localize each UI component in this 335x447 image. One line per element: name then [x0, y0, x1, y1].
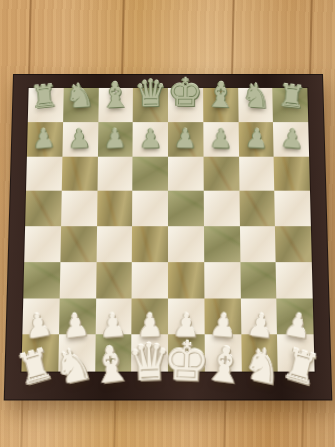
- square-e8[interactable]: ♚: [168, 88, 203, 122]
- square-e2[interactable]: ♟: [168, 298, 204, 335]
- square-e7[interactable]: ♟: [168, 122, 203, 156]
- piece-black-pawn-c7[interactable]: ♟: [103, 125, 127, 152]
- square-g5[interactable]: [239, 191, 275, 226]
- square-b6[interactable]: [62, 156, 98, 191]
- piece-black-rook-a8[interactable]: ♜: [30, 80, 60, 113]
- square-b4[interactable]: [60, 226, 96, 262]
- square-c6[interactable]: [97, 156, 133, 191]
- piece-black-knight-b8[interactable]: ♞: [64, 78, 95, 113]
- piece-black-pawn-g7[interactable]: ♟: [244, 124, 268, 151]
- square-d8[interactable]: ♛: [133, 88, 168, 122]
- square-e3[interactable]: [168, 262, 204, 298]
- square-e5[interactable]: [168, 191, 204, 226]
- square-f4[interactable]: [204, 226, 240, 262]
- chess-board: ♜♞♝♛♚♝♞♜♟♟♟♟♟♟♟♟♟♟♟♟♟♟♟♟♜♞♝♛♚♝♞♜: [4, 74, 333, 400]
- square-e1[interactable]: ♚: [168, 335, 205, 372]
- piece-black-pawn-e7[interactable]: ♟: [174, 125, 197, 151]
- square-b3[interactable]: [59, 262, 96, 298]
- square-c8[interactable]: ♝: [98, 88, 133, 122]
- square-b5[interactable]: [61, 191, 97, 226]
- square-d4[interactable]: [132, 226, 168, 262]
- square-c7[interactable]: ♟: [97, 122, 132, 156]
- square-a8[interactable]: ♜: [28, 88, 64, 122]
- square-f6[interactable]: [203, 156, 239, 191]
- square-d5[interactable]: [132, 191, 168, 226]
- chess-board-grid: ♜♞♝♛♚♝♞♜♟♟♟♟♟♟♟♟♟♟♟♟♟♟♟♟♜♞♝♛♚♝♞♜: [21, 88, 314, 372]
- square-f1[interactable]: ♝: [204, 335, 241, 372]
- piece-black-pawn-d7[interactable]: ♟: [139, 125, 162, 151]
- square-b2[interactable]: ♟: [59, 298, 96, 335]
- square-h7[interactable]: ♟: [273, 122, 309, 156]
- piece-black-queen-d8[interactable]: ♛: [134, 75, 167, 112]
- square-e4[interactable]: [168, 226, 204, 262]
- square-g2[interactable]: ♟: [240, 298, 277, 335]
- piece-black-knight-g8[interactable]: ♞: [240, 78, 271, 113]
- square-a4[interactable]: [24, 226, 61, 262]
- piece-black-bishop-f8[interactable]: ♝: [205, 76, 237, 112]
- piece-black-king-e8[interactable]: ♚: [168, 73, 203, 112]
- piece-black-bishop-c8[interactable]: ♝: [99, 76, 131, 112]
- piece-black-pawn-a7[interactable]: ♟: [32, 124, 57, 152]
- square-d2[interactable]: ♟: [132, 298, 168, 335]
- square-d7[interactable]: ♟: [133, 122, 168, 156]
- piece-white-pawn-h2[interactable]: ♟: [281, 308, 313, 344]
- square-a6[interactable]: [26, 156, 62, 191]
- square-g4[interactable]: [239, 226, 275, 262]
- square-f5[interactable]: [203, 191, 239, 226]
- square-g8[interactable]: ♞: [238, 88, 273, 122]
- square-g3[interactable]: [240, 262, 277, 298]
- square-d6[interactable]: [133, 156, 168, 191]
- square-c2[interactable]: ♟: [95, 298, 132, 335]
- square-h2[interactable]: ♟: [277, 298, 314, 335]
- square-b7[interactable]: ♟: [62, 122, 98, 156]
- square-f7[interactable]: ♟: [203, 122, 238, 156]
- square-a3[interactable]: [23, 262, 60, 298]
- square-g6[interactable]: [239, 156, 275, 191]
- piece-black-pawn-f7[interactable]: ♟: [209, 125, 233, 152]
- square-f8[interactable]: ♝: [203, 88, 238, 122]
- square-a7[interactable]: ♟: [27, 122, 63, 156]
- square-a2[interactable]: ♟: [22, 298, 59, 335]
- square-c4[interactable]: [96, 226, 132, 262]
- square-h4[interactable]: [275, 226, 312, 262]
- square-h6[interactable]: [274, 156, 310, 191]
- piece-black-pawn-h7[interactable]: ♟: [280, 124, 305, 152]
- square-h3[interactable]: [276, 262, 313, 298]
- piece-white-pawn-a2[interactable]: ♟: [23, 308, 55, 344]
- square-d3[interactable]: [132, 262, 168, 298]
- square-c5[interactable]: [97, 191, 133, 226]
- square-h5[interactable]: [274, 191, 310, 226]
- square-h8[interactable]: ♜: [273, 88, 309, 122]
- piece-black-rook-h8[interactable]: ♜: [276, 80, 306, 113]
- square-c3[interactable]: [96, 262, 132, 298]
- square-b8[interactable]: ♞: [63, 88, 98, 122]
- square-g7[interactable]: ♟: [238, 122, 274, 156]
- square-f3[interactable]: [204, 262, 240, 298]
- square-a5[interactable]: [25, 191, 61, 226]
- square-f2[interactable]: ♟: [204, 298, 241, 335]
- square-e6[interactable]: [168, 156, 203, 191]
- piece-black-pawn-b7[interactable]: ♟: [67, 124, 91, 151]
- chess-board-frame: ♜♞♝♛♚♝♞♜♟♟♟♟♟♟♟♟♟♟♟♟♟♟♟♟♜♞♝♛♚♝♞♜: [4, 74, 333, 400]
